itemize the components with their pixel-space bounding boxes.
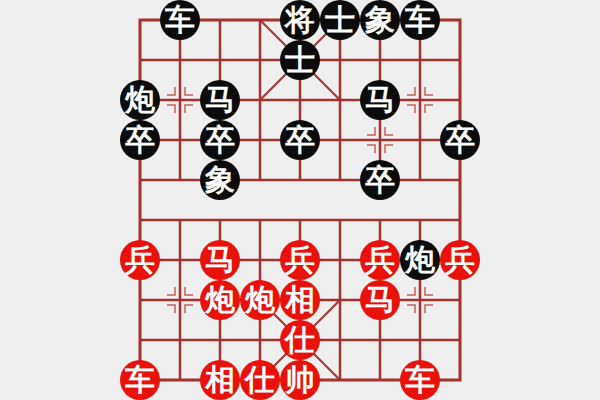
piece-black-soldier[interactable]: 卒: [280, 120, 320, 160]
piece-black-horse[interactable]: 马: [200, 80, 240, 120]
piece-red-cannon[interactable]: 炮: [240, 280, 280, 320]
piece-red-chariot[interactable]: 车: [400, 360, 440, 400]
piece-black-elephant[interactable]: 象: [360, 0, 400, 40]
piece-black-general[interactable]: 将: [280, 0, 320, 40]
xiangqi-board: 车将士象车士炮马马卒卒卒卒象卒炮兵马兵兵兵炮炮相马仕车相仕帅车: [0, 0, 600, 400]
piece-red-chariot[interactable]: 车: [120, 360, 160, 400]
piece-black-horse[interactable]: 马: [360, 80, 400, 120]
piece-black-elephant[interactable]: 象: [200, 160, 240, 200]
piece-red-soldier[interactable]: 兵: [360, 240, 400, 280]
piece-black-cannon[interactable]: 炮: [120, 80, 160, 120]
piece-red-soldier[interactable]: 兵: [440, 240, 480, 280]
piece-black-advisor[interactable]: 士: [320, 0, 360, 40]
piece-black-soldier[interactable]: 卒: [120, 120, 160, 160]
piece-black-soldier[interactable]: 卒: [200, 120, 240, 160]
piece-red-cannon[interactable]: 炮: [200, 280, 240, 320]
piece-black-chariot[interactable]: 车: [160, 0, 200, 40]
piece-red-horse[interactable]: 马: [360, 280, 400, 320]
piece-red-general[interactable]: 帅: [280, 360, 320, 400]
piece-black-cannon[interactable]: 炮: [400, 240, 440, 280]
piece-black-soldier[interactable]: 卒: [360, 160, 400, 200]
piece-black-advisor[interactable]: 士: [280, 40, 320, 80]
piece-red-horse[interactable]: 马: [200, 240, 240, 280]
piece-black-chariot[interactable]: 车: [400, 0, 440, 40]
piece-black-soldier[interactable]: 卒: [440, 120, 480, 160]
piece-red-soldier[interactable]: 兵: [120, 240, 160, 280]
piece-red-elephant[interactable]: 相: [200, 360, 240, 400]
piece-red-advisor[interactable]: 仕: [280, 320, 320, 360]
piece-red-soldier[interactable]: 兵: [280, 240, 320, 280]
piece-red-elephant[interactable]: 相: [280, 280, 320, 320]
piece-red-advisor[interactable]: 仕: [240, 360, 280, 400]
pieces-grid: 车将士象车士炮马马卒卒卒卒象卒炮兵马兵兵兵炮炮相马仕车相仕帅车: [120, 0, 480, 400]
